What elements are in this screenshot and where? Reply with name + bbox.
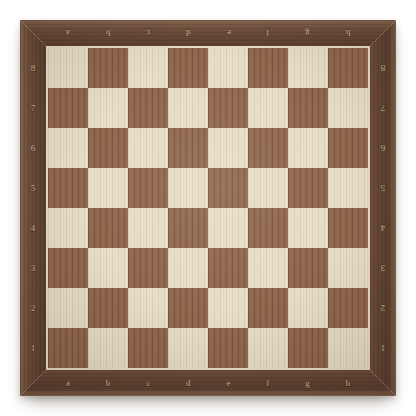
square-d1[interactable] (168, 328, 208, 368)
rank-label-right-3: 3 (370, 248, 396, 288)
square-b3[interactable] (88, 248, 128, 288)
rank-label-left-6: 6 (20, 128, 46, 168)
file-label-bottom-f: f (248, 370, 287, 396)
rank-label-right-4: 4 (370, 208, 396, 248)
square-c6[interactable] (128, 128, 168, 168)
square-e8[interactable] (208, 48, 248, 88)
rank-label-right-1: 1 (370, 328, 396, 368)
square-f6[interactable] (248, 128, 288, 168)
square-b2[interactable] (88, 288, 128, 328)
square-h7[interactable] (328, 88, 368, 128)
rank-labels-left: 87654321 (20, 48, 46, 368)
square-g3[interactable] (288, 248, 328, 288)
square-b4[interactable] (88, 208, 128, 248)
file-label-bottom-d: d (168, 370, 208, 396)
square-e7[interactable] (208, 88, 248, 128)
square-g7[interactable] (288, 88, 328, 128)
square-b6[interactable] (88, 128, 128, 168)
square-a7[interactable] (48, 88, 88, 128)
square-a3[interactable] (48, 248, 88, 288)
square-e4[interactable] (208, 208, 248, 248)
frame-rail-top (20, 20, 396, 46)
square-h2[interactable] (328, 288, 368, 328)
square-g2[interactable] (288, 288, 328, 328)
square-f3[interactable] (248, 248, 288, 288)
square-d3[interactable] (168, 248, 208, 288)
square-f7[interactable] (248, 88, 288, 128)
square-h1[interactable] (328, 328, 368, 368)
square-g8[interactable] (288, 48, 328, 88)
square-c7[interactable] (128, 88, 168, 128)
square-g4[interactable] (288, 208, 328, 248)
rank-label-left-4: 4 (20, 208, 46, 248)
file-label-top-h: h (328, 20, 368, 46)
square-f8[interactable] (248, 48, 288, 88)
square-h8[interactable] (328, 48, 368, 88)
square-c3[interactable] (128, 248, 168, 288)
square-b8[interactable] (88, 48, 128, 88)
square-f2[interactable] (248, 288, 288, 328)
square-a5[interactable] (48, 168, 88, 208)
frame-rail-bottom (20, 370, 396, 396)
square-d7[interactable] (168, 88, 208, 128)
square-c4[interactable] (128, 208, 168, 248)
square-g1[interactable] (288, 328, 328, 368)
square-h3[interactable] (328, 248, 368, 288)
square-a2[interactable] (48, 288, 88, 328)
file-labels-top: abcdefgh (48, 20, 368, 46)
square-a8[interactable] (48, 48, 88, 88)
square-e6[interactable] (208, 128, 248, 168)
photo-background: abcdefgh abcdefgh 87654321 87654321 (0, 0, 416, 416)
rank-label-right-2: 2 (370, 288, 396, 328)
frame-rail-right (370, 20, 396, 396)
file-label-bottom-h: h (328, 370, 368, 396)
square-f1[interactable] (248, 328, 288, 368)
rank-label-right-6: 6 (370, 128, 396, 168)
file-label-bottom-b: b (88, 370, 128, 396)
square-e1[interactable] (208, 328, 248, 368)
square-h6[interactable] (328, 128, 368, 168)
square-c2[interactable] (128, 288, 168, 328)
rank-label-left-7: 7 (20, 88, 46, 128)
square-h4[interactable] (328, 208, 368, 248)
rank-label-right-8: 8 (370, 48, 396, 88)
square-d2[interactable] (168, 288, 208, 328)
rank-label-right-5: 5 (370, 168, 396, 208)
square-d8[interactable] (168, 48, 208, 88)
square-d5[interactable] (168, 168, 208, 208)
square-d6[interactable] (168, 128, 208, 168)
file-labels-bottom: abcdefgh (48, 370, 368, 396)
square-e2[interactable] (208, 288, 248, 328)
rank-label-left-1: 1 (20, 328, 46, 368)
rank-label-left-2: 2 (20, 288, 46, 328)
square-c5[interactable] (128, 168, 168, 208)
file-label-bottom-g: g (287, 370, 327, 396)
rank-labels-right: 87654321 (370, 48, 396, 368)
square-c1[interactable] (128, 328, 168, 368)
square-f4[interactable] (248, 208, 288, 248)
file-label-bottom-e: e (209, 370, 249, 396)
square-h5[interactable] (328, 168, 368, 208)
file-label-top-b: b (88, 20, 128, 46)
square-a1[interactable] (48, 328, 88, 368)
file-label-top-f: f (248, 20, 287, 46)
square-b5[interactable] (88, 168, 128, 208)
file-label-bottom-c: c (128, 370, 168, 396)
rank-label-right-7: 7 (370, 88, 396, 128)
file-label-top-c: c (128, 20, 168, 46)
chess-board: abcdefgh abcdefgh 87654321 87654321 (20, 20, 396, 396)
board-grid (48, 48, 368, 368)
rank-label-left-3: 3 (20, 248, 46, 288)
square-e5[interactable] (208, 168, 248, 208)
square-a6[interactable] (48, 128, 88, 168)
square-g5[interactable] (288, 168, 328, 208)
square-d4[interactable] (168, 208, 208, 248)
file-label-top-e: e (209, 20, 249, 46)
square-c8[interactable] (128, 48, 168, 88)
rank-label-left-8: 8 (20, 48, 46, 88)
rank-label-left-5: 5 (20, 168, 46, 208)
file-label-top-g: g (287, 20, 327, 46)
file-label-bottom-a: a (48, 370, 88, 396)
file-label-top-a: a (48, 20, 88, 46)
square-g6[interactable] (288, 128, 328, 168)
square-b1[interactable] (88, 328, 128, 368)
file-label-top-d: d (168, 20, 208, 46)
frame-rail-left (20, 20, 46, 396)
square-f5[interactable] (248, 168, 288, 208)
square-b7[interactable] (88, 88, 128, 128)
square-e3[interactable] (208, 248, 248, 288)
square-a4[interactable] (48, 208, 88, 248)
